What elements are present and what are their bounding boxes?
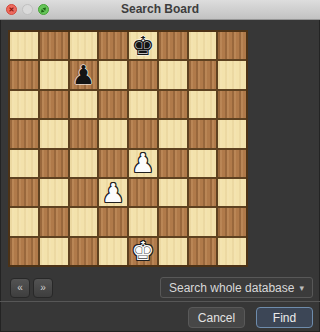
- square-a7[interactable]: [10, 61, 38, 88]
- square-c6[interactable]: [70, 91, 98, 118]
- piece-white-king: ♚: [131, 238, 154, 264]
- square-h6[interactable]: [218, 91, 246, 118]
- square-f4[interactable]: [159, 150, 187, 177]
- square-b1[interactable]: [40, 238, 68, 265]
- square-b8[interactable]: [40, 32, 68, 59]
- square-f8[interactable]: [159, 32, 187, 59]
- square-h1[interactable]: [218, 238, 246, 265]
- square-e2[interactable]: [129, 208, 157, 235]
- square-c3[interactable]: [70, 179, 98, 206]
- square-g1[interactable]: [189, 238, 217, 265]
- square-g6[interactable]: [189, 91, 217, 118]
- square-e4[interactable]: ♟: [129, 150, 157, 177]
- square-h3[interactable]: [218, 179, 246, 206]
- square-e3[interactable]: [129, 179, 157, 206]
- square-c5[interactable]: [70, 120, 98, 147]
- square-a5[interactable]: [10, 120, 38, 147]
- piece-white-pawn: ♟: [101, 180, 124, 206]
- square-f7[interactable]: [159, 61, 187, 88]
- square-f1[interactable]: [159, 238, 187, 265]
- window-title: Search Board: [0, 0, 320, 19]
- search-board-dialog: ✕ Search Board ♚♟♟♟♚ « » Search whole da…: [0, 0, 320, 332]
- title-bar[interactable]: ✕ Search Board: [0, 0, 320, 20]
- square-b3[interactable]: [40, 179, 68, 206]
- button-box-separator: [0, 301, 320, 302]
- find-button[interactable]: Find: [256, 307, 313, 328]
- double-chevron-right-icon: »: [40, 283, 46, 293]
- square-g7[interactable]: [189, 61, 217, 88]
- square-b7[interactable]: [40, 61, 68, 88]
- square-d6[interactable]: [99, 91, 127, 118]
- piece-black-pawn: ♟: [72, 62, 95, 88]
- nav-forward-button[interactable]: »: [33, 278, 53, 298]
- square-d1[interactable]: [99, 238, 127, 265]
- chess-board: ♚♟♟♟♚: [8, 30, 248, 267]
- square-b6[interactable]: [40, 91, 68, 118]
- piece-black-king: ♚: [131, 33, 154, 59]
- search-scope-dropdown[interactable]: Search whole database ▾: [160, 277, 313, 298]
- double-chevron-left-icon: «: [17, 283, 23, 293]
- square-d2[interactable]: [99, 208, 127, 235]
- square-e6[interactable]: [129, 91, 157, 118]
- square-a6[interactable]: [10, 91, 38, 118]
- nav-back-button[interactable]: «: [10, 278, 30, 298]
- piece-white-pawn: ♟: [131, 150, 154, 176]
- square-c1[interactable]: [70, 238, 98, 265]
- square-h8[interactable]: [218, 32, 246, 59]
- square-b4[interactable]: [40, 150, 68, 177]
- square-f2[interactable]: [159, 208, 187, 235]
- square-b2[interactable]: [40, 208, 68, 235]
- square-h4[interactable]: [218, 150, 246, 177]
- square-a3[interactable]: [10, 179, 38, 206]
- square-d8[interactable]: [99, 32, 127, 59]
- square-a2[interactable]: [10, 208, 38, 235]
- search-scope-value: Search whole database: [169, 281, 294, 295]
- square-c7[interactable]: ♟: [70, 61, 98, 88]
- square-b5[interactable]: [40, 120, 68, 147]
- cancel-button[interactable]: Cancel: [188, 307, 245, 328]
- square-g4[interactable]: [189, 150, 217, 177]
- square-e1[interactable]: ♚: [129, 238, 157, 265]
- square-h7[interactable]: [218, 61, 246, 88]
- square-d3[interactable]: ♟: [99, 179, 127, 206]
- square-a8[interactable]: [10, 32, 38, 59]
- square-f5[interactable]: [159, 120, 187, 147]
- square-e8[interactable]: ♚: [129, 32, 157, 59]
- square-d7[interactable]: [99, 61, 127, 88]
- square-h5[interactable]: [218, 120, 246, 147]
- square-g5[interactable]: [189, 120, 217, 147]
- square-f3[interactable]: [159, 179, 187, 206]
- square-g2[interactable]: [189, 208, 217, 235]
- square-g3[interactable]: [189, 179, 217, 206]
- square-d4[interactable]: [99, 150, 127, 177]
- square-f6[interactable]: [159, 91, 187, 118]
- square-c2[interactable]: [70, 208, 98, 235]
- square-c4[interactable]: [70, 150, 98, 177]
- square-e5[interactable]: [129, 120, 157, 147]
- square-a1[interactable]: [10, 238, 38, 265]
- chevron-down-icon: ▾: [299, 283, 304, 293]
- square-d5[interactable]: [99, 120, 127, 147]
- square-h2[interactable]: [218, 208, 246, 235]
- square-a4[interactable]: [10, 150, 38, 177]
- square-c8[interactable]: [70, 32, 98, 59]
- square-g8[interactable]: [189, 32, 217, 59]
- square-e7[interactable]: [129, 61, 157, 88]
